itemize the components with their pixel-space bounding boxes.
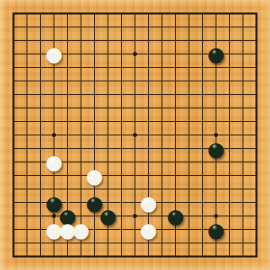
intersection[interactable]: ● — [169, 209, 183, 223]
intersection[interactable] — [182, 7, 196, 21]
intersection[interactable] — [223, 196, 237, 210]
black-stone[interactable]: ● — [169, 209, 183, 223]
intersection[interactable] — [182, 74, 196, 88]
intersection[interactable] — [236, 101, 250, 115]
intersection[interactable] — [182, 196, 196, 210]
intersection[interactable] — [169, 74, 183, 88]
intersection[interactable] — [209, 182, 223, 196]
intersection[interactable] — [250, 47, 264, 61]
intersection[interactable] — [74, 74, 88, 88]
intersection[interactable] — [142, 128, 156, 142]
intersection[interactable] — [88, 74, 102, 88]
intersection[interactable] — [61, 101, 75, 115]
intersection[interactable] — [74, 128, 88, 142]
intersection[interactable] — [20, 61, 34, 75]
intersection[interactable] — [34, 128, 48, 142]
intersection[interactable] — [128, 88, 142, 102]
intersection[interactable] — [155, 250, 169, 264]
white-stone[interactable]: ● — [47, 47, 61, 61]
intersection[interactable] — [182, 101, 196, 115]
intersection[interactable] — [250, 223, 264, 237]
intersection[interactable] — [182, 142, 196, 156]
intersection[interactable] — [196, 74, 210, 88]
intersection[interactable] — [223, 74, 237, 88]
intersection[interactable] — [101, 88, 115, 102]
intersection[interactable] — [128, 155, 142, 169]
intersection[interactable] — [196, 101, 210, 115]
intersection[interactable] — [101, 61, 115, 75]
intersection[interactable]: ● — [142, 223, 156, 237]
intersection[interactable] — [155, 142, 169, 156]
go-board[interactable]: ●●●●●●●●●●●●●●●● — [7, 7, 264, 264]
intersection[interactable] — [74, 115, 88, 129]
intersection[interactable] — [169, 142, 183, 156]
intersection[interactable] — [61, 74, 75, 88]
intersection[interactable] — [142, 74, 156, 88]
intersection[interactable] — [223, 7, 237, 21]
intersection[interactable] — [20, 196, 34, 210]
intersection[interactable] — [7, 250, 21, 264]
intersection[interactable] — [115, 47, 129, 61]
intersection[interactable] — [250, 250, 264, 264]
intersection[interactable] — [155, 7, 169, 21]
intersection[interactable] — [128, 250, 142, 264]
intersection[interactable] — [20, 128, 34, 142]
intersection[interactable]: ● — [209, 47, 223, 61]
white-stone[interactable]: ● — [88, 169, 102, 183]
intersection[interactable] — [236, 88, 250, 102]
intersection[interactable] — [169, 169, 183, 183]
intersection[interactable] — [74, 7, 88, 21]
intersection[interactable] — [142, 101, 156, 115]
intersection[interactable] — [236, 47, 250, 61]
intersection[interactable] — [223, 88, 237, 102]
intersection[interactable] — [20, 169, 34, 183]
intersection[interactable] — [250, 115, 264, 129]
intersection[interactable] — [142, 155, 156, 169]
intersection[interactable] — [115, 182, 129, 196]
intersection[interactable] — [250, 61, 264, 75]
black-stone[interactable]: ● — [209, 223, 223, 237]
intersection[interactable] — [209, 115, 223, 129]
intersection[interactable] — [61, 20, 75, 34]
intersection[interactable] — [209, 196, 223, 210]
intersection[interactable] — [74, 250, 88, 264]
intersection[interactable] — [182, 209, 196, 223]
white-stone[interactable]: ● — [47, 155, 61, 169]
intersection[interactable] — [7, 7, 21, 21]
intersection[interactable] — [142, 115, 156, 129]
intersection[interactable] — [142, 250, 156, 264]
intersection[interactable] — [115, 20, 129, 34]
intersection[interactable] — [250, 128, 264, 142]
intersection[interactable] — [74, 142, 88, 156]
intersection[interactable] — [155, 169, 169, 183]
intersection[interactable] — [74, 20, 88, 34]
intersection[interactable] — [128, 101, 142, 115]
intersection[interactable] — [169, 182, 183, 196]
intersection[interactable] — [223, 250, 237, 264]
intersection[interactable] — [250, 74, 264, 88]
intersection[interactable] — [7, 155, 21, 169]
intersection[interactable] — [115, 101, 129, 115]
intersection[interactable] — [47, 115, 61, 129]
intersection[interactable] — [101, 34, 115, 48]
intersection[interactable] — [250, 209, 264, 223]
intersection[interactable] — [155, 128, 169, 142]
intersection[interactable] — [88, 142, 102, 156]
intersection[interactable] — [7, 209, 21, 223]
intersection[interactable] — [250, 142, 264, 156]
intersection[interactable] — [182, 223, 196, 237]
intersection[interactable] — [169, 7, 183, 21]
intersection[interactable] — [209, 88, 223, 102]
white-stone[interactable]: ● — [74, 223, 88, 237]
intersection[interactable] — [142, 34, 156, 48]
intersection[interactable] — [7, 128, 21, 142]
intersection[interactable] — [20, 101, 34, 115]
intersection[interactable] — [155, 115, 169, 129]
intersection[interactable] — [7, 20, 21, 34]
intersection[interactable] — [223, 101, 237, 115]
intersection[interactable] — [128, 169, 142, 183]
intersection[interactable] — [20, 20, 34, 34]
intersection[interactable] — [169, 47, 183, 61]
intersection[interactable]: ● — [209, 223, 223, 237]
intersection[interactable] — [196, 196, 210, 210]
intersection[interactable]: ● — [142, 196, 156, 210]
intersection[interactable] — [182, 115, 196, 129]
intersection[interactable] — [20, 115, 34, 129]
intersection[interactable] — [250, 196, 264, 210]
intersection[interactable] — [236, 169, 250, 183]
intersection[interactable] — [236, 250, 250, 264]
intersection[interactable] — [115, 7, 129, 21]
intersection[interactable] — [20, 142, 34, 156]
intersection[interactable] — [7, 61, 21, 75]
intersection[interactable] — [250, 169, 264, 183]
intersection[interactable] — [142, 88, 156, 102]
intersection[interactable] — [155, 34, 169, 48]
intersection[interactable] — [101, 74, 115, 88]
intersection[interactable] — [7, 115, 21, 129]
intersection[interactable] — [155, 101, 169, 115]
intersection[interactable] — [209, 250, 223, 264]
intersection[interactable] — [196, 7, 210, 21]
intersection[interactable] — [101, 20, 115, 34]
intersection[interactable] — [7, 236, 21, 250]
intersection[interactable] — [20, 88, 34, 102]
intersection[interactable] — [250, 101, 264, 115]
intersection[interactable] — [115, 61, 129, 75]
intersection[interactable] — [169, 250, 183, 264]
intersection[interactable] — [223, 20, 237, 34]
intersection[interactable] — [169, 115, 183, 129]
intersection[interactable] — [61, 88, 75, 102]
intersection[interactable] — [142, 7, 156, 21]
intersection[interactable] — [155, 74, 169, 88]
intersection[interactable] — [182, 47, 196, 61]
go-board-screenshot: ●●●●●●●●●●●●●●●● — [0, 0, 270, 270]
intersection[interactable] — [196, 250, 210, 264]
intersection[interactable] — [236, 20, 250, 34]
intersection[interactable] — [196, 169, 210, 183]
intersection[interactable] — [20, 209, 34, 223]
intersection[interactable] — [101, 236, 115, 250]
intersection[interactable] — [182, 182, 196, 196]
intersection[interactable] — [74, 101, 88, 115]
intersection[interactable] — [209, 74, 223, 88]
intersection[interactable] — [169, 34, 183, 48]
intersection[interactable] — [7, 196, 21, 210]
intersection[interactable] — [7, 182, 21, 196]
intersection[interactable] — [155, 47, 169, 61]
intersection[interactable] — [61, 250, 75, 264]
intersection[interactable] — [128, 47, 142, 61]
intersection[interactable]: ● — [74, 223, 88, 237]
intersection[interactable] — [236, 128, 250, 142]
intersection[interactable] — [88, 7, 102, 21]
intersection[interactable] — [88, 88, 102, 102]
intersection[interactable] — [155, 88, 169, 102]
intersection[interactable] — [182, 236, 196, 250]
intersection[interactable] — [209, 20, 223, 34]
intersection[interactable] — [209, 7, 223, 21]
intersection[interactable] — [155, 236, 169, 250]
intersection[interactable] — [115, 155, 129, 169]
intersection[interactable]: ● — [47, 155, 61, 169]
intersection[interactable] — [101, 182, 115, 196]
intersection[interactable] — [47, 128, 61, 142]
intersection[interactable] — [20, 7, 34, 21]
intersection[interactable] — [128, 20, 142, 34]
intersection[interactable] — [88, 34, 102, 48]
intersection[interactable] — [250, 182, 264, 196]
intersection[interactable] — [236, 61, 250, 75]
intersection[interactable] — [236, 74, 250, 88]
intersection[interactable] — [250, 88, 264, 102]
intersection[interactable] — [155, 20, 169, 34]
intersection[interactable] — [223, 115, 237, 129]
intersection[interactable] — [155, 61, 169, 75]
intersection[interactable] — [34, 101, 48, 115]
intersection[interactable] — [128, 142, 142, 156]
intersection[interactable] — [20, 74, 34, 88]
intersection[interactable] — [7, 47, 21, 61]
intersection[interactable] — [142, 61, 156, 75]
intersection[interactable] — [101, 7, 115, 21]
intersection[interactable] — [20, 34, 34, 48]
intersection[interactable] — [115, 115, 129, 129]
intersection[interactable] — [169, 101, 183, 115]
intersection[interactable] — [250, 20, 264, 34]
intersection[interactable] — [115, 169, 129, 183]
black-stone[interactable]: ● — [209, 47, 223, 61]
intersection[interactable] — [236, 196, 250, 210]
intersection[interactable] — [115, 128, 129, 142]
white-stone[interactable]: ● — [142, 196, 156, 210]
intersection[interactable] — [182, 20, 196, 34]
intersection[interactable] — [182, 169, 196, 183]
intersection[interactable] — [74, 61, 88, 75]
intersection[interactable] — [250, 155, 264, 169]
intersection[interactable] — [88, 101, 102, 115]
intersection[interactable] — [128, 115, 142, 129]
intersection[interactable] — [34, 250, 48, 264]
intersection[interactable] — [20, 155, 34, 169]
intersection[interactable] — [182, 250, 196, 264]
intersection[interactable] — [47, 101, 61, 115]
intersection[interactable] — [250, 34, 264, 48]
intersection[interactable] — [88, 61, 102, 75]
intersection[interactable]: ● — [88, 169, 102, 183]
intersection[interactable] — [236, 209, 250, 223]
intersection[interactable] — [169, 236, 183, 250]
intersection[interactable] — [142, 142, 156, 156]
intersection[interactable] — [115, 250, 129, 264]
intersection[interactable] — [142, 169, 156, 183]
intersection[interactable] — [169, 128, 183, 142]
intersection[interactable] — [128, 74, 142, 88]
intersection[interactable] — [101, 155, 115, 169]
intersection[interactable] — [88, 20, 102, 34]
intersection[interactable] — [74, 34, 88, 48]
black-stone[interactable]: ● — [209, 142, 223, 156]
intersection[interactable] — [128, 128, 142, 142]
intersection[interactable] — [101, 47, 115, 61]
intersection[interactable] — [223, 169, 237, 183]
intersection[interactable] — [169, 20, 183, 34]
intersection[interactable]: ● — [101, 209, 115, 223]
intersection[interactable] — [47, 250, 61, 264]
white-stone[interactable]: ● — [142, 223, 156, 237]
intersection[interactable] — [20, 182, 34, 196]
intersection[interactable] — [182, 155, 196, 169]
intersection[interactable] — [74, 47, 88, 61]
intersection[interactable] — [88, 250, 102, 264]
intersection[interactable] — [101, 101, 115, 115]
intersection[interactable] — [115, 74, 129, 88]
intersection[interactable] — [34, 7, 48, 21]
intersection[interactable] — [7, 34, 21, 48]
intersection[interactable] — [7, 142, 21, 156]
intersection[interactable] — [88, 115, 102, 129]
black-stone[interactable]: ● — [101, 209, 115, 223]
intersection[interactable] — [142, 47, 156, 61]
intersection[interactable] — [115, 88, 129, 102]
intersection[interactable] — [128, 61, 142, 75]
intersection[interactable] — [236, 182, 250, 196]
intersection[interactable] — [142, 20, 156, 34]
intersection[interactable] — [34, 20, 48, 34]
intersection[interactable] — [101, 169, 115, 183]
intersection[interactable] — [223, 182, 237, 196]
intersection[interactable] — [182, 34, 196, 48]
intersection[interactable] — [101, 128, 115, 142]
intersection[interactable] — [155, 155, 169, 169]
intersection[interactable] — [209, 101, 223, 115]
intersection[interactable] — [88, 47, 102, 61]
intersection[interactable] — [34, 88, 48, 102]
intersection[interactable] — [20, 47, 34, 61]
intersection[interactable] — [182, 61, 196, 75]
intersection[interactable] — [34, 115, 48, 129]
intersection[interactable] — [7, 88, 21, 102]
intersection[interactable] — [128, 34, 142, 48]
intersection[interactable] — [196, 88, 210, 102]
intersection[interactable] — [20, 236, 34, 250]
intersection[interactable] — [236, 7, 250, 21]
intersection[interactable] — [115, 142, 129, 156]
intersection[interactable] — [250, 236, 264, 250]
intersection[interactable] — [209, 169, 223, 183]
intersection[interactable] — [47, 7, 61, 21]
intersection[interactable] — [101, 115, 115, 129]
intersection[interactable] — [47, 74, 61, 88]
intersection[interactable] — [88, 128, 102, 142]
intersection[interactable] — [196, 20, 210, 34]
intersection[interactable] — [196, 182, 210, 196]
intersection[interactable] — [236, 223, 250, 237]
intersection[interactable] — [169, 88, 183, 102]
intersection[interactable] — [115, 236, 129, 250]
intersection[interactable]: ● — [209, 142, 223, 156]
intersection[interactable] — [155, 182, 169, 196]
intersection[interactable] — [101, 142, 115, 156]
intersection[interactable] — [128, 7, 142, 21]
intersection[interactable] — [34, 74, 48, 88]
intersection[interactable] — [115, 34, 129, 48]
intersection[interactable] — [169, 61, 183, 75]
intersection[interactable] — [47, 20, 61, 34]
intersection[interactable] — [20, 250, 34, 264]
intersection[interactable] — [182, 88, 196, 102]
intersection[interactable] — [236, 155, 250, 169]
intersection[interactable] — [236, 142, 250, 156]
intersection[interactable] — [47, 88, 61, 102]
intersection[interactable] — [7, 74, 21, 88]
intersection[interactable] — [101, 250, 115, 264]
intersection[interactable]: ● — [47, 47, 61, 61]
intersection[interactable] — [61, 7, 75, 21]
intersection[interactable] — [7, 101, 21, 115]
intersection[interactable] — [74, 88, 88, 102]
intersection[interactable] — [182, 128, 196, 142]
intersection[interactable] — [236, 34, 250, 48]
intersection[interactable] — [250, 7, 264, 21]
intersection[interactable] — [7, 223, 21, 237]
intersection[interactable] — [196, 115, 210, 129]
intersection[interactable] — [20, 223, 34, 237]
intersection[interactable] — [236, 115, 250, 129]
intersection[interactable] — [61, 115, 75, 129]
intersection[interactable] — [236, 236, 250, 250]
intersection[interactable] — [61, 128, 75, 142]
intersection[interactable] — [169, 155, 183, 169]
intersection[interactable] — [7, 169, 21, 183]
